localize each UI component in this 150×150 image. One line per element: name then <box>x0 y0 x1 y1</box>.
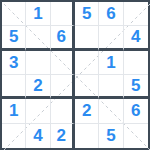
cell-r3c4[interactable] <box>75 51 99 75</box>
cell-r5c5[interactable] <box>99 99 123 123</box>
cell-r6c2[interactable]: 4 <box>26 124 50 148</box>
cell-r2c5[interactable] <box>99 26 123 50</box>
cell-r3c5[interactable]: 1 <box>99 51 123 75</box>
cell-r4c1[interactable] <box>2 75 26 99</box>
sudoku-board-wrapper: 1565643125126425 <box>0 0 150 150</box>
cell-r3c6[interactable] <box>124 51 148 75</box>
sudoku-board: 1565643125126425 <box>0 0 150 150</box>
cell-r4c2[interactable]: 2 <box>26 75 50 99</box>
cell-r1c6[interactable] <box>124 2 148 26</box>
cell-r1c4[interactable]: 5 <box>75 2 99 26</box>
cell-r3c1[interactable]: 3 <box>2 51 26 75</box>
cell-r4c4[interactable] <box>75 75 99 99</box>
cell-r5c4[interactable]: 2 <box>75 99 99 123</box>
cell-r3c3[interactable] <box>51 51 75 75</box>
cell-r2c6[interactable]: 4 <box>124 26 148 50</box>
cell-r5c1[interactable]: 1 <box>2 99 26 123</box>
cell-r4c3[interactable] <box>51 75 75 99</box>
cell-r5c6[interactable]: 6 <box>124 99 148 123</box>
cell-r1c3[interactable] <box>51 2 75 26</box>
cell-r6c4[interactable] <box>75 124 99 148</box>
cell-r2c4[interactable] <box>75 26 99 50</box>
cell-r2c2[interactable] <box>26 26 50 50</box>
cell-r6c1[interactable] <box>2 124 26 148</box>
cell-r4c5[interactable] <box>99 75 123 99</box>
cell-r3c2[interactable] <box>26 51 50 75</box>
cell-r5c2[interactable] <box>26 99 50 123</box>
cell-r6c5[interactable]: 5 <box>99 124 123 148</box>
cell-r2c1[interactable]: 5 <box>2 26 26 50</box>
cell-r2c3[interactable]: 6 <box>51 26 75 50</box>
cell-r1c1[interactable] <box>2 2 26 26</box>
cell-r1c5[interactable]: 6 <box>99 2 123 26</box>
cell-r6c6[interactable] <box>124 124 148 148</box>
cell-r6c3[interactable]: 2 <box>51 124 75 148</box>
cell-r1c2[interactable]: 1 <box>26 2 50 26</box>
cell-r5c3[interactable] <box>51 99 75 123</box>
cell-r4c6[interactable]: 5 <box>124 75 148 99</box>
